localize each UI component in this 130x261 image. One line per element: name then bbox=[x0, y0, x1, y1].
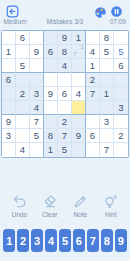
cell-r7c2[interactable] bbox=[16, 115, 30, 129]
cell-r4c3[interactable] bbox=[30, 73, 44, 87]
cell-r3c6[interactable] bbox=[72, 59, 86, 73]
cell-r5c5[interactable]: 6 bbox=[58, 87, 72, 101]
cell-r1c9[interactable] bbox=[114, 31, 128, 45]
cell-r5c6[interactable]: 4 bbox=[72, 87, 86, 101]
cell-r7c1[interactable]: 9 bbox=[2, 115, 16, 129]
cell-r5c2[interactable]: 2 bbox=[16, 87, 30, 101]
cell-r4c6[interactable] bbox=[72, 73, 86, 87]
cell-r7c9[interactable] bbox=[114, 115, 128, 129]
undo-icon bbox=[12, 194, 27, 209]
cell-r9c7[interactable] bbox=[86, 143, 100, 157]
pencil-icon bbox=[73, 194, 88, 209]
pause-icon bbox=[110, 5, 123, 18]
cell-r1c2[interactable]: 6 bbox=[16, 31, 30, 45]
numpad-button-2[interactable]: 2 bbox=[17, 229, 29, 252]
theme-palette-button[interactable] bbox=[94, 5, 107, 18]
cell-r1c8[interactable]: 8 bbox=[100, 31, 114, 45]
cell-r4c4[interactable] bbox=[44, 73, 58, 87]
undo-button[interactable]: Undo bbox=[6, 194, 32, 218]
cell-r2c1[interactable]: 1 bbox=[2, 45, 16, 59]
cell-r1c4[interactable] bbox=[44, 31, 58, 45]
cell-r8c9[interactable]: 2 bbox=[114, 129, 128, 143]
cell-r5c3[interactable]: 3 bbox=[30, 87, 44, 101]
cell-r8c7[interactable]: 6 bbox=[86, 129, 100, 143]
cell-r1c3[interactable] bbox=[30, 31, 44, 45]
cell-r6c9[interactable]: 3 bbox=[114, 101, 128, 115]
cell-r8c1[interactable]: 3 bbox=[2, 129, 16, 143]
mistakes-value: 3/3 bbox=[74, 18, 83, 25]
cell-r7c4[interactable] bbox=[44, 115, 58, 129]
note-label: Note bbox=[73, 211, 87, 218]
hint-label: Hint bbox=[105, 211, 117, 218]
back-button[interactable] bbox=[6, 4, 19, 17]
cell-r8c4[interactable]: 8 bbox=[44, 129, 58, 143]
cell-r3c4[interactable] bbox=[44, 59, 58, 73]
mistakes-label: Mistakes bbox=[47, 18, 73, 25]
cell-r8c8[interactable] bbox=[100, 129, 114, 143]
cell-r6c7[interactable] bbox=[86, 101, 100, 115]
cell-r9c6[interactable] bbox=[72, 143, 86, 157]
cell-r9c2[interactable]: 4 bbox=[16, 143, 30, 157]
cell-r4c7[interactable]: 2 bbox=[86, 73, 100, 87]
pause-button[interactable] bbox=[110, 4, 123, 17]
cell-r8c3[interactable]: 5 bbox=[30, 129, 44, 143]
cell-r2c5[interactable]: 8 bbox=[58, 45, 72, 59]
sudoku-app: Medium Mistakes 3/3 07:09 69181968174555… bbox=[0, 0, 130, 261]
cell-r3c3[interactable] bbox=[30, 59, 44, 73]
cell-r3c5[interactable]: 4 bbox=[58, 59, 72, 73]
cell-r4c1[interactable]: 6 bbox=[2, 73, 16, 87]
cell-r9c5[interactable]: 5 bbox=[58, 143, 72, 157]
back-icon bbox=[6, 5, 19, 18]
cell-r1c1[interactable] bbox=[2, 31, 16, 45]
action-toolbar: Undo Clear Note Hint bbox=[0, 194, 130, 218]
cell-r6c6[interactable] bbox=[72, 101, 86, 115]
cell-r7c5[interactable]: 2 bbox=[58, 115, 72, 129]
cell-r4c9[interactable] bbox=[114, 73, 128, 87]
cell-r5c7[interactable]: 7 bbox=[86, 87, 100, 101]
numpad-button-8[interactable]: 8 bbox=[101, 229, 113, 252]
numpad-button-7[interactable]: 7 bbox=[87, 229, 99, 252]
cell-r3c8[interactable] bbox=[100, 59, 114, 73]
bulb-icon bbox=[103, 194, 118, 209]
cell-r7c7[interactable] bbox=[86, 115, 100, 129]
cell-r4c8[interactable] bbox=[100, 73, 114, 87]
cell-r3c7[interactable]: 1 bbox=[86, 59, 100, 73]
cell-r2c8[interactable]: 5 bbox=[100, 45, 114, 59]
cell-r2c2[interactable] bbox=[16, 45, 30, 59]
hint-button[interactable]: Hint bbox=[98, 194, 124, 218]
numpad-button-9[interactable]: 9 bbox=[115, 229, 127, 252]
clear-button[interactable]: Clear bbox=[37, 194, 63, 218]
cell-r2c6[interactable]: 17 bbox=[72, 45, 86, 59]
cell-r9c1[interactable] bbox=[2, 143, 16, 157]
cell-r2c3[interactable]: 9 bbox=[30, 45, 44, 59]
cell-r5c1[interactable] bbox=[2, 87, 16, 101]
cell-r7c3[interactable]: 7 bbox=[30, 115, 44, 129]
cell-r9c9[interactable] bbox=[114, 143, 128, 157]
cell-r4c2[interactable] bbox=[16, 73, 30, 87]
cell-r4c5[interactable] bbox=[58, 73, 72, 87]
cell-r6c2[interactable] bbox=[16, 101, 30, 115]
numpad-button-3[interactable]: 3 bbox=[31, 229, 43, 252]
note-button[interactable]: Note bbox=[67, 194, 93, 218]
undo-label: Undo bbox=[11, 211, 27, 218]
cell-r8c2[interactable] bbox=[16, 129, 30, 143]
difficulty-label: Medium bbox=[2, 18, 28, 25]
numpad-button-6[interactable]: 6 bbox=[73, 229, 85, 252]
cell-r9c8[interactable]: 7 bbox=[100, 143, 114, 157]
cell-r2c4[interactable]: 6 bbox=[44, 45, 58, 59]
numpad-button-4[interactable]: 4 bbox=[45, 229, 57, 252]
cell-r5c8[interactable]: 1 bbox=[100, 87, 114, 101]
cell-r1c6[interactable]: 1 bbox=[72, 31, 86, 45]
timer: 07:09 bbox=[98, 18, 126, 25]
sudoku-board: 6918196817455541662239647143972335879624… bbox=[1, 30, 129, 158]
cell-r7c6[interactable] bbox=[72, 115, 86, 129]
cell-r5c4[interactable]: 9 bbox=[44, 87, 58, 101]
numpad-button-5[interactable]: 5 bbox=[59, 229, 71, 252]
numpad-button-1[interactable]: 1 bbox=[3, 229, 15, 252]
mistakes-counter: Mistakes 3/3 bbox=[38, 18, 92, 25]
cell-r3c1[interactable] bbox=[2, 59, 16, 73]
cell-r9c4[interactable]: 1 bbox=[44, 143, 58, 157]
cell-r8c6[interactable]: 9 bbox=[72, 129, 86, 143]
pencil-note-7: 7 bbox=[74, 53, 77, 58]
cell-r3c2[interactable]: 5 bbox=[16, 59, 30, 73]
cell-r1c5[interactable]: 9 bbox=[58, 31, 72, 45]
cell-r8c5[interactable]: 7 bbox=[58, 129, 72, 143]
cell-r2c7[interactable]: 4 bbox=[86, 45, 100, 59]
cell-r7c8[interactable]: 3 bbox=[100, 115, 114, 129]
eraser-icon bbox=[42, 194, 57, 209]
cell-r3c9[interactable]: 6 bbox=[114, 59, 128, 73]
cell-r9c3[interactable] bbox=[30, 143, 44, 157]
pencil-note-1: 1 bbox=[81, 46, 84, 51]
cell-r6c1[interactable] bbox=[2, 101, 16, 115]
cell-r5c9[interactable] bbox=[114, 87, 128, 101]
number-pad: 123456789 bbox=[3, 229, 127, 252]
cell-r6c3[interactable]: 4 bbox=[30, 101, 44, 115]
cell-r6c8[interactable] bbox=[100, 101, 114, 115]
cell-r6c4[interactable] bbox=[44, 101, 58, 115]
cell-r1c7[interactable] bbox=[86, 31, 100, 45]
clear-label: Clear bbox=[42, 211, 58, 218]
cell-r6c5[interactable] bbox=[58, 101, 72, 115]
cell-r2c9[interactable]: 5 bbox=[114, 45, 128, 59]
